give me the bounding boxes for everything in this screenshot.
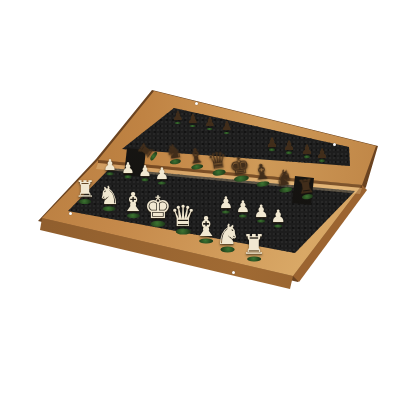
light-king: ♚ xyxy=(144,192,172,223)
light-pawn-2-glyph: ♟ xyxy=(121,161,134,176)
light-pawn-7-glyph: ♟ xyxy=(253,203,268,220)
dark-knight-1: ♞ xyxy=(164,141,184,162)
light-pawn-6-glyph: ♟ xyxy=(236,199,250,215)
light-rook-2-glyph: ♜ xyxy=(242,231,266,258)
dark-knight-1-glyph: ♞ xyxy=(164,141,184,162)
dark-pawn-5: ♟ xyxy=(266,136,278,149)
light-pawn-3-glyph: ♟ xyxy=(138,164,151,179)
light-king-glyph: ♚ xyxy=(144,192,172,223)
light-knight-2-glyph: ♞ xyxy=(215,221,240,249)
product-photo: ♟♟♟♟♟♟♟♜♟♞♝♛♟♟♚♟♟♝♞♜♜♞♟♟♝♟♚♟♛♝♞♜ xyxy=(0,0,400,400)
dark-pawn-8-glyph: ♟ xyxy=(316,147,328,160)
light-knight-1: ♞ xyxy=(98,183,120,208)
light-pawn-4-glyph: ♟ xyxy=(155,166,169,182)
dark-bishop-1: ♝ xyxy=(186,145,207,167)
dark-pawn-4-glyph: ♟ xyxy=(222,120,233,132)
light-pawn-2: ♟ xyxy=(121,161,134,176)
dark-pawn-7: ♟ xyxy=(301,143,313,156)
dark-rook-2-glyph: ♜ xyxy=(296,176,316,197)
dark-pawn-4: ♟ xyxy=(222,120,233,132)
light-pawn-3: ♟ xyxy=(138,164,151,179)
light-pawn-5-glyph: ♟ xyxy=(219,195,233,211)
dark-rook-2: ♜ xyxy=(296,176,316,197)
light-pawn-6: ♟ xyxy=(236,199,250,215)
dark-rook-1: ♜ xyxy=(136,140,157,161)
dark-king: ♚ xyxy=(228,154,252,180)
light-bishop-1-glyph: ♝ xyxy=(121,189,144,215)
light-queen-glyph: ♛ xyxy=(170,202,196,231)
dark-pawn-2-glyph: ♟ xyxy=(188,113,199,125)
light-bishop-1: ♝ xyxy=(121,189,144,215)
light-rook-1: ♜ xyxy=(75,178,96,201)
dark-pawn-2: ♟ xyxy=(188,113,199,125)
light-pawn-8-glyph: ♟ xyxy=(270,208,285,225)
light-pawn-4: ♟ xyxy=(155,166,169,182)
light-pawn-8: ♟ xyxy=(270,208,285,225)
light-pawn-1-glyph: ♟ xyxy=(103,158,116,173)
dark-bishop-1-glyph: ♝ xyxy=(186,145,207,167)
dark-pawn-3-glyph: ♟ xyxy=(205,116,216,128)
dark-pawn-6-glyph: ♟ xyxy=(283,139,295,152)
dark-pawn-1: ♟ xyxy=(173,110,184,122)
light-rook-1-glyph: ♜ xyxy=(75,178,96,201)
dark-pawn-3: ♟ xyxy=(205,116,216,128)
dark-pawn-8: ♟ xyxy=(316,147,328,160)
light-knight-2: ♞ xyxy=(215,221,240,249)
light-knight-1-glyph: ♞ xyxy=(98,183,120,208)
dark-knight-2-glyph: ♞ xyxy=(273,167,295,190)
chess-pieces: ♟♟♟♟♟♟♟♜♟♞♝♛♟♟♚♟♟♝♞♜♜♞♟♟♝♟♚♟♛♝♞♜ xyxy=(0,0,400,400)
dark-queen-glyph: ♛ xyxy=(206,149,229,174)
light-pawn-5: ♟ xyxy=(219,195,233,211)
dark-pawn-1-glyph: ♟ xyxy=(173,110,184,122)
dark-queen: ♛ xyxy=(206,149,229,174)
dark-pawn-5-glyph: ♟ xyxy=(266,136,278,149)
light-queen: ♛ xyxy=(170,202,196,231)
light-pawn-1: ♟ xyxy=(103,158,116,173)
dark-bishop-2: ♝ xyxy=(251,161,273,184)
light-pawn-7: ♟ xyxy=(253,203,268,220)
dark-pawn-6: ♟ xyxy=(283,139,295,152)
dark-pawn-7-glyph: ♟ xyxy=(301,143,313,156)
light-rook-2: ♜ xyxy=(242,231,266,258)
dark-bishop-2-glyph: ♝ xyxy=(251,161,273,184)
dark-king-glyph: ♚ xyxy=(228,154,252,180)
dark-knight-2: ♞ xyxy=(273,167,295,190)
